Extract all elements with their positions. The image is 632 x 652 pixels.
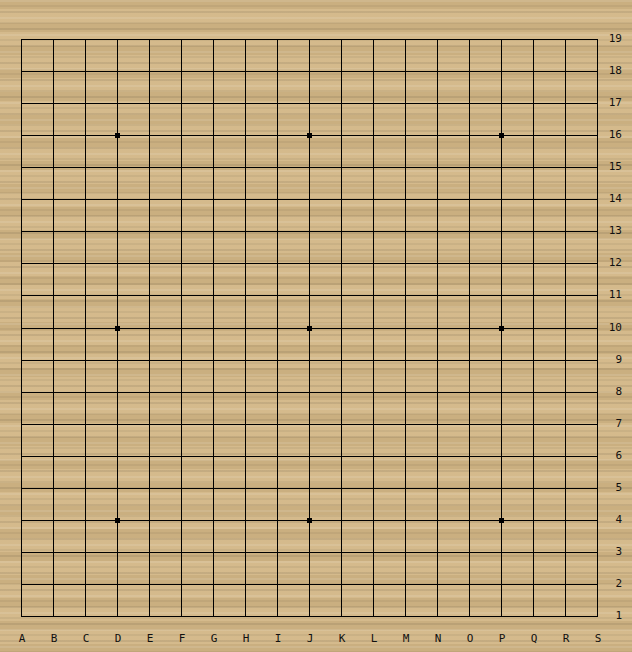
row-label-12: 12 xyxy=(600,257,622,269)
star-point-j10 xyxy=(307,326,312,331)
grid-line-vertical xyxy=(437,39,438,617)
column-label-n: N xyxy=(435,633,442,645)
go-board[interactable]: ABCDEFGHIJKLMNOPQRS191817161514131211109… xyxy=(0,0,632,652)
row-label-4: 4 xyxy=(600,514,622,526)
grid-line-vertical xyxy=(469,39,470,617)
column-label-k: K xyxy=(339,633,346,645)
row-label-18: 18 xyxy=(600,65,622,77)
column-label-p: P xyxy=(499,633,506,645)
row-label-8: 8 xyxy=(600,386,622,398)
row-label-1: 1 xyxy=(600,610,622,622)
column-label-e: E xyxy=(147,633,154,645)
row-label-13: 13 xyxy=(600,225,622,237)
column-label-h: H xyxy=(243,633,250,645)
column-label-q: Q xyxy=(531,633,538,645)
row-label-6: 6 xyxy=(600,450,622,462)
column-label-g: G xyxy=(211,633,218,645)
row-label-10: 10 xyxy=(600,322,622,334)
star-point-j16 xyxy=(307,133,312,138)
column-label-b: B xyxy=(51,633,58,645)
row-label-3: 3 xyxy=(600,546,622,558)
column-label-f: F xyxy=(179,633,186,645)
column-label-m: M xyxy=(403,633,410,645)
column-label-j: J xyxy=(307,633,314,645)
row-label-14: 14 xyxy=(600,193,622,205)
star-point-p16 xyxy=(499,133,504,138)
star-point-p10 xyxy=(499,326,504,331)
grid-line-vertical xyxy=(565,39,566,617)
row-label-9: 9 xyxy=(600,354,622,366)
row-label-15: 15 xyxy=(600,161,622,173)
star-point-p4 xyxy=(499,518,504,523)
row-label-17: 17 xyxy=(600,97,622,109)
grid-line-horizontal xyxy=(21,584,598,585)
column-label-d: D xyxy=(115,633,122,645)
column-label-l: L xyxy=(371,633,378,645)
star-point-d4 xyxy=(115,518,120,523)
star-point-d10 xyxy=(115,326,120,331)
column-label-s: S xyxy=(595,633,602,645)
grid-line-vertical xyxy=(373,39,374,617)
grid-line-horizontal xyxy=(21,392,598,393)
row-label-19: 19 xyxy=(600,33,622,45)
grid-line-horizontal xyxy=(21,552,598,553)
row-label-11: 11 xyxy=(600,289,622,301)
grid-line-vertical xyxy=(405,39,406,617)
grid-line-vertical xyxy=(597,39,598,617)
grid-line-vertical xyxy=(533,39,534,617)
star-point-j4 xyxy=(307,518,312,523)
grid-line-horizontal xyxy=(21,488,598,489)
column-label-o: O xyxy=(467,633,474,645)
row-label-16: 16 xyxy=(600,129,622,141)
grid-line-horizontal xyxy=(21,616,598,617)
column-label-r: R xyxy=(563,633,570,645)
grid-line-vertical xyxy=(341,39,342,617)
column-label-i: I xyxy=(275,633,282,645)
grid-line-horizontal xyxy=(21,456,598,457)
grid-line-horizontal xyxy=(21,424,598,425)
star-point-d16 xyxy=(115,133,120,138)
column-label-a: A xyxy=(19,633,26,645)
grid-line-horizontal xyxy=(21,360,598,361)
row-label-2: 2 xyxy=(600,578,622,590)
column-label-c: C xyxy=(83,633,90,645)
row-label-5: 5 xyxy=(600,482,622,494)
row-label-7: 7 xyxy=(600,418,622,430)
